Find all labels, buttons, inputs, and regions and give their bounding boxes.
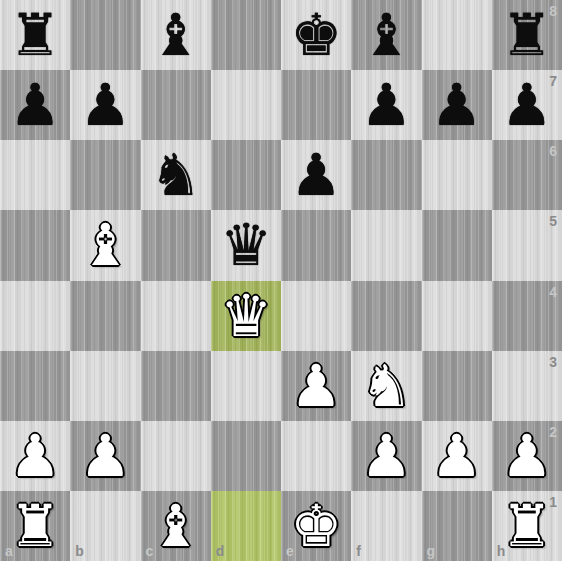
square-e7[interactable]	[281, 70, 351, 140]
black-rook[interactable]: ♜	[501, 0, 553, 70]
black-rook[interactable]: ♜	[9, 0, 61, 70]
square-g3[interactable]	[422, 351, 492, 421]
white-pawn[interactable]: ♟	[360, 421, 412, 491]
square-b5[interactable]: ♝	[70, 210, 140, 280]
square-g1[interactable]: g	[422, 491, 492, 561]
white-king[interactable]: ♚	[290, 491, 342, 561]
white-pawn[interactable]: ♟	[431, 421, 483, 491]
square-d8[interactable]	[211, 0, 281, 70]
white-rook[interactable]: ♜	[9, 491, 61, 561]
square-c3[interactable]	[141, 351, 211, 421]
square-a3[interactable]	[0, 351, 70, 421]
square-h8[interactable]: ♜8	[492, 0, 562, 70]
square-b7[interactable]: ♟	[70, 70, 140, 140]
file-label-b: b	[75, 543, 84, 559]
square-e8[interactable]: ♚	[281, 0, 351, 70]
square-g6[interactable]	[422, 140, 492, 210]
black-pawn[interactable]: ♟	[501, 70, 553, 140]
square-f4[interactable]	[351, 281, 421, 351]
square-h3[interactable]: 3	[492, 351, 562, 421]
square-g4[interactable]	[422, 281, 492, 351]
square-b6[interactable]	[70, 140, 140, 210]
square-e6[interactable]: ♟	[281, 140, 351, 210]
black-queen[interactable]: ♛	[220, 210, 272, 280]
square-b4[interactable]	[70, 281, 140, 351]
black-king[interactable]: ♚	[290, 0, 342, 70]
white-queen[interactable]: ♛	[220, 281, 272, 351]
black-knight[interactable]: ♞	[150, 140, 202, 210]
square-f6[interactable]	[351, 140, 421, 210]
black-pawn[interactable]: ♟	[360, 70, 412, 140]
file-label-d: d	[216, 543, 225, 559]
square-e3[interactable]: ♟	[281, 351, 351, 421]
square-e4[interactable]	[281, 281, 351, 351]
rank-label-5: 5	[549, 213, 557, 229]
square-a6[interactable]	[0, 140, 70, 210]
square-g2[interactable]: ♟	[422, 421, 492, 491]
black-pawn[interactable]: ♟	[431, 70, 483, 140]
black-pawn[interactable]: ♟	[290, 140, 342, 210]
square-a1[interactable]: ♜a	[0, 491, 70, 561]
black-pawn[interactable]: ♟	[79, 70, 131, 140]
square-b1[interactable]: b	[70, 491, 140, 561]
square-c5[interactable]	[141, 210, 211, 280]
square-c1[interactable]: ♝c	[141, 491, 211, 561]
square-g7[interactable]: ♟	[422, 70, 492, 140]
white-pawn[interactable]: ♟	[79, 421, 131, 491]
square-d7[interactable]	[211, 70, 281, 140]
square-d5[interactable]: ♛	[211, 210, 281, 280]
square-a7[interactable]: ♟	[0, 70, 70, 140]
square-d3[interactable]	[211, 351, 281, 421]
square-d6[interactable]	[211, 140, 281, 210]
square-b3[interactable]	[70, 351, 140, 421]
square-f5[interactable]	[351, 210, 421, 280]
square-h2[interactable]: ♟2	[492, 421, 562, 491]
square-c6[interactable]: ♞	[141, 140, 211, 210]
square-f8[interactable]: ♝	[351, 0, 421, 70]
square-d1[interactable]: d	[211, 491, 281, 561]
rank-label-4: 4	[549, 284, 557, 300]
square-h6[interactable]: 6	[492, 140, 562, 210]
square-f7[interactable]: ♟	[351, 70, 421, 140]
square-b8[interactable]	[70, 0, 140, 70]
square-g5[interactable]	[422, 210, 492, 280]
white-pawn[interactable]: ♟	[501, 421, 553, 491]
black-bishop[interactable]: ♝	[360, 0, 412, 70]
square-e5[interactable]	[281, 210, 351, 280]
black-bishop[interactable]: ♝	[150, 0, 202, 70]
square-e2[interactable]	[281, 421, 351, 491]
black-pawn[interactable]: ♟	[9, 70, 61, 140]
white-pawn[interactable]: ♟	[290, 351, 342, 421]
square-f3[interactable]: ♞	[351, 351, 421, 421]
white-pawn[interactable]: ♟	[9, 421, 61, 491]
square-a5[interactable]	[0, 210, 70, 280]
square-c8[interactable]: ♝	[141, 0, 211, 70]
square-c4[interactable]	[141, 281, 211, 351]
white-bishop[interactable]: ♝	[150, 491, 202, 561]
square-a8[interactable]: ♜	[0, 0, 70, 70]
square-h5[interactable]: 5	[492, 210, 562, 280]
square-h1[interactable]: ♜1h	[492, 491, 562, 561]
square-e1[interactable]: ♚e	[281, 491, 351, 561]
file-label-g: g	[427, 543, 436, 559]
white-bishop[interactable]: ♝	[79, 210, 131, 280]
square-c7[interactable]	[141, 70, 211, 140]
square-b2[interactable]: ♟	[70, 421, 140, 491]
square-c2[interactable]	[141, 421, 211, 491]
rank-label-3: 3	[549, 354, 557, 370]
white-knight[interactable]: ♞	[360, 351, 412, 421]
square-a4[interactable]	[0, 281, 70, 351]
white-rook[interactable]: ♜	[501, 491, 553, 561]
square-f2[interactable]: ♟	[351, 421, 421, 491]
file-label-f: f	[356, 543, 361, 559]
chess-board: ♜♝♚♝♜8♟♟♟♟♟7♞♟6♝♛5♛4♟♞3♟♟♟♟♟2♜ab♝cd♚efg♜…	[0, 0, 562, 561]
square-g8[interactable]	[422, 0, 492, 70]
square-h4[interactable]: 4	[492, 281, 562, 351]
square-d2[interactable]	[211, 421, 281, 491]
rank-label-6: 6	[549, 143, 557, 159]
square-d4[interactable]: ♛	[211, 281, 281, 351]
square-a2[interactable]: ♟	[0, 421, 70, 491]
square-h7[interactable]: ♟7	[492, 70, 562, 140]
square-f1[interactable]: f	[351, 491, 421, 561]
